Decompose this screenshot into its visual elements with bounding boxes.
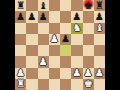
black-pawn[interactable]: ♟: [61, 34, 70, 44]
square-e3[interactable]: [60, 56, 71, 67]
white-pawn[interactable]: ♟: [39, 56, 48, 66]
square-b3[interactable]: [26, 56, 37, 67]
square-c6[interactable]: [38, 23, 49, 34]
square-g4[interactable]: [83, 45, 94, 56]
chess-board-screenshot: ♜♝♚♜♟♟♟♟♟♞♝♟♟♟♟♟♟♟♜♚: [0, 0, 120, 90]
square-h5[interactable]: [94, 34, 105, 45]
square-b6[interactable]: [26, 23, 37, 34]
square-h1[interactable]: [94, 79, 105, 90]
square-c7[interactable]: ♟: [38, 11, 49, 22]
square-c5[interactable]: [38, 34, 49, 45]
square-h4[interactable]: [94, 45, 105, 56]
square-g5[interactable]: [83, 34, 94, 45]
chess-board: ♜♝♚♜♟♟♟♟♟♞♝♟♟♟♟♟♟♟♜♚: [15, 0, 105, 90]
white-bishop[interactable]: ♝: [95, 23, 104, 33]
square-b2[interactable]: [26, 68, 37, 79]
square-b4[interactable]: [26, 45, 37, 56]
black-bishop[interactable]: ♝: [39, 0, 48, 10]
square-b1[interactable]: [26, 79, 37, 90]
square-d8[interactable]: [49, 0, 60, 11]
white-knight[interactable]: ♞: [72, 23, 81, 33]
square-a5[interactable]: [15, 34, 26, 45]
black-pawn[interactable]: ♟: [27, 11, 36, 21]
square-e8[interactable]: [60, 0, 71, 11]
letterbox-right: [105, 0, 120, 90]
white-rook[interactable]: ♜: [16, 79, 25, 89]
square-d7[interactable]: [49, 11, 60, 22]
black-pawn[interactable]: ♟: [39, 11, 48, 21]
black-king[interactable]: ♚: [84, 0, 93, 10]
black-pawn[interactable]: ♟: [95, 11, 104, 21]
black-pawn[interactable]: ♟: [72, 11, 81, 21]
square-d2[interactable]: [49, 68, 60, 79]
square-f5[interactable]: [71, 34, 82, 45]
square-h2[interactable]: ♟: [94, 68, 105, 79]
square-e1[interactable]: [60, 79, 71, 90]
white-pawn[interactable]: ♟: [72, 68, 81, 78]
square-c2[interactable]: [38, 68, 49, 79]
square-d4[interactable]: [49, 45, 60, 56]
square-b5[interactable]: [26, 34, 37, 45]
square-e5[interactable]: ♟: [60, 34, 71, 45]
square-f2[interactable]: ♟: [71, 68, 82, 79]
black-rook[interactable]: ♜: [16, 0, 25, 10]
square-f1[interactable]: [71, 79, 82, 90]
square-a1[interactable]: ♜: [15, 79, 26, 90]
white-pawn[interactable]: ♟: [16, 68, 25, 78]
square-d3[interactable]: [49, 56, 60, 67]
black-rook[interactable]: ♜: [95, 0, 104, 10]
square-e7[interactable]: [60, 11, 71, 22]
white-king[interactable]: ♚: [84, 79, 93, 89]
square-d5[interactable]: ♟: [49, 34, 60, 45]
white-pawn[interactable]: ♟: [95, 68, 104, 78]
square-e2[interactable]: [60, 68, 71, 79]
square-c3[interactable]: ♟: [38, 56, 49, 67]
square-g7[interactable]: [83, 11, 94, 22]
black-pawn[interactable]: ♟: [16, 11, 25, 21]
square-c1[interactable]: [38, 79, 49, 90]
square-b7[interactable]: ♟: [26, 11, 37, 22]
square-f6[interactable]: ♞: [71, 23, 82, 34]
white-pawn[interactable]: ♟: [50, 34, 59, 44]
letterbox-left: [0, 0, 15, 90]
square-d1[interactable]: [49, 79, 60, 90]
square-g1[interactable]: ♚: [83, 79, 94, 90]
square-f4[interactable]: [71, 45, 82, 56]
square-g6[interactable]: [83, 23, 94, 34]
square-g8[interactable]: ♚: [83, 0, 94, 11]
white-pawn[interactable]: ♟: [84, 68, 93, 78]
square-a6[interactable]: [15, 23, 26, 34]
square-a7[interactable]: ♟: [15, 11, 26, 22]
square-h6[interactable]: ♝: [94, 23, 105, 34]
square-a4[interactable]: [15, 45, 26, 56]
square-e4[interactable]: [60, 45, 71, 56]
